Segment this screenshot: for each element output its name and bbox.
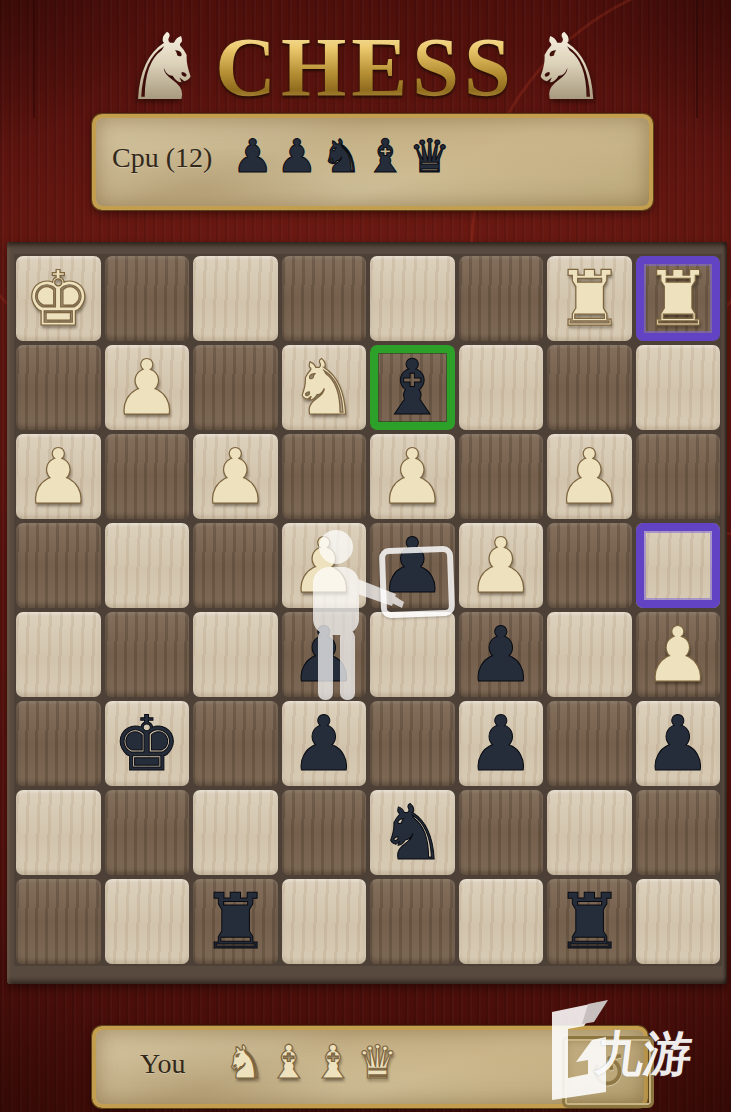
- square-h7[interactable]: [636, 345, 721, 430]
- black-pawn[interactable]: ♟: [378, 523, 446, 608]
- square-f5[interactable]: ♟: [459, 523, 544, 608]
- square-g1[interactable]: ♜: [547, 879, 632, 964]
- square-a8[interactable]: ♚: [16, 256, 101, 341]
- square-h2[interactable]: [636, 790, 721, 875]
- knight-figurine-right-icon: ♞: [526, 18, 608, 118]
- square-a7[interactable]: [16, 345, 101, 430]
- knight-figurine-left-icon: ♞: [123, 18, 205, 118]
- square-e8[interactable]: [370, 256, 455, 341]
- black-pawn[interactable]: ♟: [290, 612, 358, 697]
- square-d8[interactable]: [282, 256, 367, 341]
- black-bishop[interactable]: ♝: [378, 345, 446, 430]
- square-a3[interactable]: [16, 701, 101, 786]
- cpu-player-bar: Cpu (12) ♟♟♞♝♛: [92, 114, 653, 210]
- white-pawn[interactable]: ♟: [113, 345, 181, 430]
- square-b5[interactable]: [105, 523, 190, 608]
- you-player-bar: You ♞♝♝♛ ↺: [92, 1026, 648, 1108]
- black-king[interactable]: ♚: [113, 701, 181, 786]
- square-f6[interactable]: [459, 434, 544, 519]
- square-b1[interactable]: [105, 879, 190, 964]
- square-h8[interactable]: ♜: [636, 256, 721, 341]
- square-c2[interactable]: [193, 790, 278, 875]
- square-d7[interactable]: ♞: [282, 345, 367, 430]
- white-knight[interactable]: ♞: [290, 345, 358, 430]
- white-pawn[interactable]: ♟: [24, 434, 92, 519]
- square-f3[interactable]: ♟: [459, 701, 544, 786]
- captured-black-pawn-icon: ♟: [232, 128, 273, 184]
- white-rook[interactable]: ♜: [555, 256, 623, 341]
- cpu-captured-tray: ♟♟♞♝♛: [232, 126, 450, 184]
- title-banner: ♞ CHESS ♞: [0, 8, 731, 128]
- square-a5[interactable]: [16, 523, 101, 608]
- chess-app-screen: ♞ CHESS ♞ Cpu (12) ♟♟♞♝♛ ♚♜♜♟♞♝♟♟♟♟♟♟♟♟♟…: [0, 0, 731, 1112]
- square-b3[interactable]: ♚: [105, 701, 190, 786]
- square-f1[interactable]: [459, 879, 544, 964]
- square-d4[interactable]: ♟: [282, 612, 367, 697]
- square-c7[interactable]: [193, 345, 278, 430]
- square-c1[interactable]: ♜: [193, 879, 278, 964]
- black-pawn[interactable]: ♟: [644, 701, 712, 786]
- white-pawn[interactable]: ♟: [467, 523, 535, 608]
- captured-white-queen-icon: ♛: [357, 1034, 398, 1090]
- square-h3[interactable]: ♟: [636, 701, 721, 786]
- square-d3[interactable]: ♟: [282, 701, 367, 786]
- captured-black-queen-icon: ♛: [409, 128, 450, 184]
- square-b8[interactable]: [105, 256, 190, 341]
- white-pawn[interactable]: ♟: [644, 612, 712, 697]
- square-c4[interactable]: [193, 612, 278, 697]
- white-king[interactable]: ♚: [24, 256, 92, 341]
- app-title: CHESS: [215, 18, 515, 118]
- square-g7[interactable]: [547, 345, 632, 430]
- captured-black-bishop-icon: ♝: [365, 128, 406, 184]
- square-e4[interactable]: [370, 612, 455, 697]
- board-grid: ♚♜♜♟♞♝♟♟♟♟♟♟♟♟♟♟♚♟♟♟♞♜♜: [14, 254, 722, 966]
- square-d1[interactable]: [282, 879, 367, 964]
- white-pawn[interactable]: ♟: [378, 434, 446, 519]
- square-c5[interactable]: [193, 523, 278, 608]
- captured-white-bishop-icon: ♝: [268, 1034, 309, 1090]
- captured-white-bishop-icon: ♝: [313, 1034, 354, 1090]
- square-b7[interactable]: ♟: [105, 345, 190, 430]
- undo-icon: ↺: [584, 1045, 631, 1098]
- white-pawn[interactable]: ♟: [201, 434, 269, 519]
- square-a4[interactable]: [16, 612, 101, 697]
- square-a6[interactable]: ♟: [16, 434, 101, 519]
- square-h4[interactable]: ♟: [636, 612, 721, 697]
- captured-black-pawn-icon: ♟: [276, 128, 317, 184]
- square-e2[interactable]: ♞: [370, 790, 455, 875]
- square-d6[interactable]: [282, 434, 367, 519]
- black-pawn[interactable]: ♟: [467, 701, 535, 786]
- you-captured-tray: ♞♝♝♛: [224, 1032, 398, 1090]
- square-e1[interactable]: [370, 879, 455, 964]
- square-c6[interactable]: ♟: [193, 434, 278, 519]
- square-d2[interactable]: [282, 790, 367, 875]
- undo-button[interactable]: ↺: [562, 1036, 654, 1108]
- square-c3[interactable]: [193, 701, 278, 786]
- cpu-player-label: Cpu (12): [112, 142, 212, 174]
- square-e7[interactable]: ♝: [370, 345, 455, 430]
- square-e3[interactable]: [370, 701, 455, 786]
- chess-board: ♚♜♜♟♞♝♟♟♟♟♟♟♟♟♟♟♚♟♟♟♞♜♜: [7, 242, 727, 984]
- square-a2[interactable]: [16, 790, 101, 875]
- white-rook[interactable]: ♜: [644, 256, 712, 341]
- square-g6[interactable]: ♟: [547, 434, 632, 519]
- square-e6[interactable]: ♟: [370, 434, 455, 519]
- white-pawn[interactable]: ♟: [555, 434, 623, 519]
- captured-white-knight-icon: ♞: [224, 1034, 265, 1090]
- square-h1[interactable]: [636, 879, 721, 964]
- square-c8[interactable]: [193, 256, 278, 341]
- square-h5[interactable]: [636, 523, 721, 608]
- square-e5[interactable]: ♟: [370, 523, 455, 608]
- square-h6[interactable]: [636, 434, 721, 519]
- square-g5[interactable]: [547, 523, 632, 608]
- square-g2[interactable]: [547, 790, 632, 875]
- square-f4[interactable]: ♟: [459, 612, 544, 697]
- square-f2[interactable]: [459, 790, 544, 875]
- square-a1[interactable]: [16, 879, 101, 964]
- black-pawn[interactable]: ♟: [467, 612, 535, 697]
- captured-black-knight-icon: ♞: [321, 128, 362, 184]
- square-f8[interactable]: [459, 256, 544, 341]
- black-pawn[interactable]: ♟: [290, 701, 358, 786]
- square-b2[interactable]: [105, 790, 190, 875]
- white-pawn[interactable]: ♟: [290, 523, 358, 608]
- square-f7[interactable]: [459, 345, 544, 430]
- black-rook[interactable]: ♜: [555, 879, 623, 964]
- square-g4[interactable]: [547, 612, 632, 697]
- square-d5[interactable]: ♟: [282, 523, 367, 608]
- square-g8[interactable]: ♜: [547, 256, 632, 341]
- square-b6[interactable]: [105, 434, 190, 519]
- black-knight[interactable]: ♞: [378, 790, 446, 875]
- you-player-label: You: [140, 1048, 185, 1080]
- square-b4[interactable]: [105, 612, 190, 697]
- black-rook[interactable]: ♜: [201, 879, 269, 964]
- square-g3[interactable]: [547, 701, 632, 786]
